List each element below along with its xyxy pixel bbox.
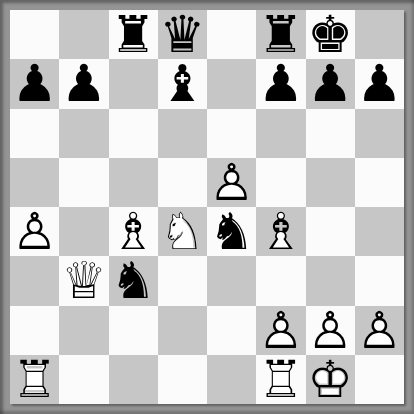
square-g7[interactable]: ♟ bbox=[306, 59, 355, 108]
square-a2[interactable] bbox=[10, 306, 59, 355]
square-b7[interactable]: ♟ bbox=[59, 59, 108, 108]
white-knight-outline-glyph: ♘ bbox=[158, 207, 207, 256]
square-f3[interactable] bbox=[256, 256, 305, 305]
square-h7[interactable]: ♟ bbox=[355, 59, 404, 108]
square-h5[interactable] bbox=[355, 158, 404, 207]
square-a4[interactable]: ♟♙ bbox=[10, 207, 59, 256]
square-d7[interactable]: ♝ bbox=[158, 59, 207, 108]
square-e4[interactable]: ♞ bbox=[207, 207, 256, 256]
piece-white-bishop[interactable]: ♝♗ bbox=[109, 207, 158, 256]
square-c8[interactable]: ♜ bbox=[109, 10, 158, 59]
square-g8[interactable]: ♚ bbox=[306, 10, 355, 59]
piece-black-pawn[interactable]: ♟ bbox=[59, 59, 108, 108]
square-e5[interactable]: ♟♙ bbox=[207, 158, 256, 207]
black-king-glyph: ♚ bbox=[306, 10, 355, 59]
square-e6[interactable] bbox=[207, 109, 256, 158]
white-pawn-outline-glyph: ♙ bbox=[256, 306, 305, 355]
piece-white-bishop[interactable]: ♝♗ bbox=[256, 207, 305, 256]
piece-white-pawn[interactable]: ♟♙ bbox=[355, 306, 404, 355]
square-d6[interactable] bbox=[158, 109, 207, 158]
square-a6[interactable] bbox=[10, 109, 59, 158]
square-d8[interactable]: ♛ bbox=[158, 10, 207, 59]
piece-white-pawn[interactable]: ♟♙ bbox=[207, 158, 256, 207]
piece-black-pawn[interactable]: ♟ bbox=[355, 59, 404, 108]
piece-white-rook[interactable]: ♜♖ bbox=[256, 355, 305, 404]
square-b6[interactable] bbox=[59, 109, 108, 158]
square-h2[interactable]: ♟♙ bbox=[355, 306, 404, 355]
black-knight-glyph: ♞ bbox=[109, 256, 158, 305]
square-a5[interactable] bbox=[10, 158, 59, 207]
white-rook-outline-glyph: ♖ bbox=[256, 355, 305, 404]
square-c6[interactable] bbox=[109, 109, 158, 158]
square-f6[interactable] bbox=[256, 109, 305, 158]
piece-white-pawn[interactable]: ♟♙ bbox=[256, 306, 305, 355]
piece-white-rook[interactable]: ♜♖ bbox=[10, 355, 59, 404]
square-f4[interactable]: ♝♗ bbox=[256, 207, 305, 256]
black-knight-glyph: ♞ bbox=[207, 207, 256, 256]
white-pawn-outline-glyph: ♙ bbox=[355, 306, 404, 355]
piece-black-queen[interactable]: ♛ bbox=[158, 10, 207, 59]
piece-black-pawn[interactable]: ♟ bbox=[256, 59, 305, 108]
black-queen-glyph: ♛ bbox=[158, 10, 207, 59]
black-pawn-glyph: ♟ bbox=[10, 59, 59, 108]
piece-black-bishop[interactable]: ♝ bbox=[158, 59, 207, 108]
square-g1[interactable]: ♚♔ bbox=[306, 355, 355, 404]
square-d2[interactable] bbox=[158, 306, 207, 355]
piece-white-knight[interactable]: ♞♘ bbox=[158, 207, 207, 256]
square-h3[interactable] bbox=[355, 256, 404, 305]
white-bishop-outline-glyph: ♗ bbox=[256, 207, 305, 256]
piece-white-pawn[interactable]: ♟♙ bbox=[306, 306, 355, 355]
black-pawn-glyph: ♟ bbox=[59, 59, 108, 108]
black-rook-glyph: ♜ bbox=[109, 10, 158, 59]
white-bishop-outline-glyph: ♗ bbox=[109, 207, 158, 256]
piece-white-queen[interactable]: ♛♕ bbox=[59, 256, 108, 305]
square-a8[interactable] bbox=[10, 10, 59, 59]
piece-white-king[interactable]: ♚♔ bbox=[306, 355, 355, 404]
piece-black-knight[interactable]: ♞ bbox=[109, 256, 158, 305]
square-d3[interactable] bbox=[158, 256, 207, 305]
black-pawn-glyph: ♟ bbox=[355, 59, 404, 108]
square-h8[interactable] bbox=[355, 10, 404, 59]
square-b4[interactable] bbox=[59, 207, 108, 256]
square-f1[interactable]: ♜♖ bbox=[256, 355, 305, 404]
square-f7[interactable]: ♟ bbox=[256, 59, 305, 108]
chess-board-frame: ♜♛♜♚♟♟♝♟♟♟♟♙♟♙♝♗♞♘♞♝♗♛♕♞♟♙♟♙♟♙♜♖♜♖♚♔ bbox=[0, 0, 414, 414]
square-c4[interactable]: ♝♗ bbox=[109, 207, 158, 256]
black-bishop-glyph: ♝ bbox=[158, 59, 207, 108]
square-d4[interactable]: ♞♘ bbox=[158, 207, 207, 256]
square-f5[interactable] bbox=[256, 158, 305, 207]
square-f2[interactable]: ♟♙ bbox=[256, 306, 305, 355]
piece-black-pawn[interactable]: ♟ bbox=[10, 59, 59, 108]
square-h6[interactable] bbox=[355, 109, 404, 158]
piece-black-rook[interactable]: ♜ bbox=[109, 10, 158, 59]
square-d1[interactable] bbox=[158, 355, 207, 404]
square-e8[interactable] bbox=[207, 10, 256, 59]
square-e1[interactable] bbox=[207, 355, 256, 404]
square-g3[interactable] bbox=[306, 256, 355, 305]
square-c2[interactable] bbox=[109, 306, 158, 355]
square-g2[interactable]: ♟♙ bbox=[306, 306, 355, 355]
square-a7[interactable]: ♟ bbox=[10, 59, 59, 108]
square-g4[interactable] bbox=[306, 207, 355, 256]
square-e7[interactable] bbox=[207, 59, 256, 108]
square-c5[interactable] bbox=[109, 158, 158, 207]
piece-black-knight[interactable]: ♞ bbox=[207, 207, 256, 256]
black-pawn-glyph: ♟ bbox=[306, 59, 355, 108]
square-e2[interactable] bbox=[207, 306, 256, 355]
square-b5[interactable] bbox=[59, 158, 108, 207]
white-rook-outline-glyph: ♖ bbox=[10, 355, 59, 404]
square-b2[interactable] bbox=[59, 306, 108, 355]
square-c3[interactable]: ♞ bbox=[109, 256, 158, 305]
square-a1[interactable]: ♜♖ bbox=[10, 355, 59, 404]
black-rook-glyph: ♜ bbox=[256, 10, 305, 59]
square-g5[interactable] bbox=[306, 158, 355, 207]
square-b8[interactable] bbox=[59, 10, 108, 59]
square-f8[interactable]: ♜ bbox=[256, 10, 305, 59]
piece-black-rook[interactable]: ♜ bbox=[256, 10, 305, 59]
square-a3[interactable] bbox=[10, 256, 59, 305]
white-pawn-outline-glyph: ♙ bbox=[207, 158, 256, 207]
white-pawn-outline-glyph: ♙ bbox=[10, 207, 59, 256]
square-b1[interactable] bbox=[59, 355, 108, 404]
square-g6[interactable] bbox=[306, 109, 355, 158]
piece-black-pawn[interactable]: ♟ bbox=[306, 59, 355, 108]
square-c7[interactable] bbox=[109, 59, 158, 108]
chess-board: ♜♛♜♚♟♟♝♟♟♟♟♙♟♙♝♗♞♘♞♝♗♛♕♞♟♙♟♙♟♙♜♖♜♖♚♔ bbox=[10, 10, 404, 404]
white-pawn-outline-glyph: ♙ bbox=[306, 306, 355, 355]
square-h1[interactable] bbox=[355, 355, 404, 404]
square-h4[interactable] bbox=[355, 207, 404, 256]
white-queen-outline-glyph: ♕ bbox=[59, 256, 108, 305]
square-c1[interactable] bbox=[109, 355, 158, 404]
piece-white-pawn[interactable]: ♟♙ bbox=[10, 207, 59, 256]
white-king-outline-glyph: ♔ bbox=[306, 355, 355, 404]
square-d5[interactable] bbox=[158, 158, 207, 207]
square-b3[interactable]: ♛♕ bbox=[59, 256, 108, 305]
piece-black-king[interactable]: ♚ bbox=[306, 10, 355, 59]
black-pawn-glyph: ♟ bbox=[256, 59, 305, 108]
square-e3[interactable] bbox=[207, 256, 256, 305]
